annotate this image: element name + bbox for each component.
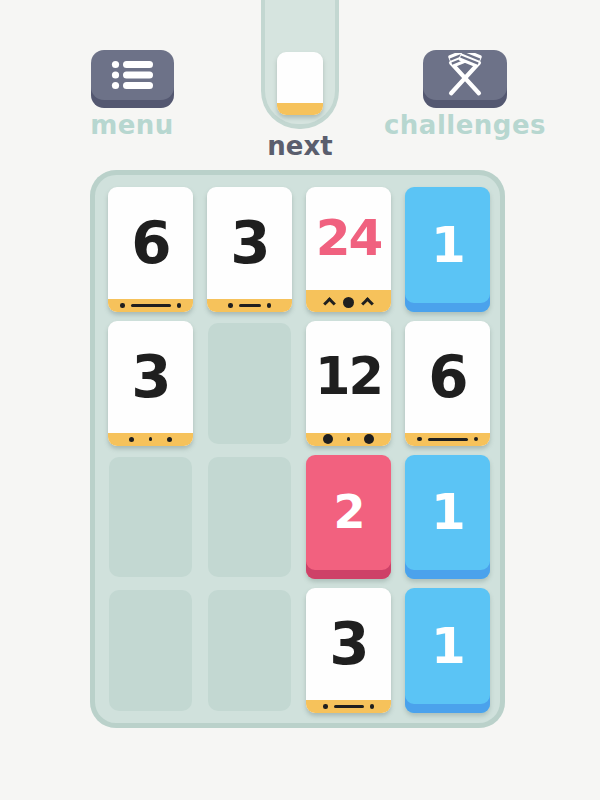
face-part [428,438,468,441]
next-card-tab [261,0,339,129]
board-cell-r1c3: 24 [306,187,391,312]
tile-yellow-strip [306,433,391,446]
empty-cell [208,590,291,711]
tile-3[interactable]: 3 [108,321,193,446]
tile-24[interactable]: 24 [306,187,391,312]
tile-yellow-strip [306,700,391,713]
tile-value: 24 [316,213,382,263]
crossed-flags-icon [439,53,491,97]
tile-value: 6 [131,214,169,272]
face-part [323,297,336,310]
next-card-strip [277,103,323,115]
board-cell-r3c4: 1 [405,455,490,580]
tile-1[interactable]: 1 [405,187,490,312]
menu-label: menu [42,110,222,140]
empty-cell [109,590,192,711]
board-cell-r1c1: 6 [108,187,193,312]
face-part [120,303,125,308]
tile-1[interactable]: 1 [405,455,490,580]
tile-value: 3 [230,214,268,272]
board-cell-r4c2 [207,588,292,713]
board-cell-r2c1: 3 [108,321,193,446]
board-cell-r4c1 [108,588,193,713]
board-cell-r3c1 [108,455,193,580]
tile-value: 1 [431,220,464,270]
challenges-button[interactable] [423,50,507,100]
tile-yellow-strip [405,433,490,446]
tile-yellow-strip [306,290,391,312]
face-part [474,437,479,442]
challenges-label: challenges [375,110,555,140]
tile-value: 1 [431,621,464,671]
board-cell-r2c4: 6 [405,321,490,446]
face-part [334,705,364,708]
face-part [323,704,328,709]
face-dot [364,434,374,444]
face-part [239,304,261,307]
tile-value: 12 [315,351,382,402]
tile-3[interactable]: 3 [207,187,292,312]
list-icon [111,60,155,90]
board-cell-r4c3: 3 [306,588,391,713]
tile-6[interactable]: 6 [108,187,193,312]
board-cell-r3c3: 2 [306,455,391,580]
face-part [417,437,422,442]
menu-button[interactable] [91,50,174,100]
tile-3[interactable]: 3 [306,588,391,713]
tile-yellow-strip [108,299,193,312]
game-board[interactable]: 6324131262131 [90,170,505,728]
board-cell-r4c4: 1 [405,588,490,713]
face-dot [167,437,172,442]
empty-cell [109,457,192,578]
tile-value: 3 [329,615,367,673]
board-cell-r1c2: 3 [207,187,292,312]
board-cell-r1c4: 1 [405,187,490,312]
tile-value: 1 [431,487,464,537]
face-dot [149,437,153,441]
board-cell-r3c2 [207,455,292,580]
tile-1[interactable]: 1 [405,588,490,713]
face-part [177,303,182,308]
board-grid: 6324131262131 [90,170,505,728]
empty-cell [208,323,291,444]
face-part [361,297,374,310]
next-label: next [220,131,380,161]
tile-yellow-strip [207,299,292,312]
face-part [343,297,354,308]
tile-yellow-strip [108,433,193,446]
board-cell-r2c3: 12 [306,321,391,446]
tile-value: 3 [131,348,169,406]
face-part [131,304,171,307]
empty-cell [208,457,291,578]
tile-value: 2 [333,489,363,535]
board-cell-r2c2 [207,321,292,446]
face-part [228,303,233,308]
face-part [370,704,375,709]
tile-6[interactable]: 6 [405,321,490,446]
face-dot [129,437,134,442]
face-dot [347,437,351,441]
tile-12[interactable]: 12 [306,321,391,446]
next-card-preview [277,52,323,115]
face-part [267,303,272,308]
tile-value: 6 [428,348,466,406]
tile-2[interactable]: 2 [306,455,391,580]
threes-game-screen: menu next [0,0,600,800]
face-dot [323,434,333,444]
